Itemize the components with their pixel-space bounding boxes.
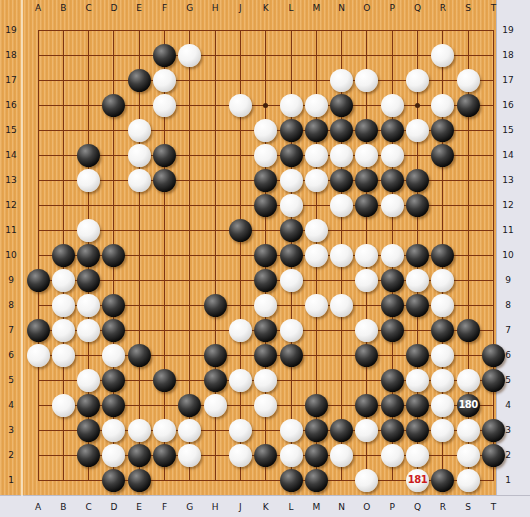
stone-black-S4[interactable]: 180 (457, 394, 480, 417)
stone-black-E1[interactable] (128, 469, 151, 492)
stone-black-F5[interactable] (153, 369, 176, 392)
stone-black-F13[interactable] (153, 169, 176, 192)
row-label-left-4: 4 (8, 401, 14, 410)
row-label-left-9: 9 (8, 276, 14, 285)
stone-white-L7[interactable] (280, 319, 303, 342)
stone-white-S17[interactable] (457, 69, 480, 92)
star-point-Q16 (415, 103, 420, 108)
col-label-top-G: G (186, 4, 193, 13)
row-label-left-17: 17 (5, 76, 16, 85)
col-label-top-N: N (338, 4, 345, 13)
stone-white-R8[interactable] (431, 294, 454, 317)
col-label-bottom-J: J (239, 503, 242, 512)
row-label-right-14: 14 (502, 151, 513, 160)
stone-white-J2[interactable] (229, 444, 252, 467)
stone-white-G2[interactable] (178, 444, 201, 467)
stone-white-B7[interactable] (52, 319, 75, 342)
row-label-left-6: 6 (8, 351, 14, 360)
stone-white-M14[interactable] (305, 144, 328, 167)
stone-black-R10[interactable] (431, 244, 454, 267)
col-label-bottom-C: C (85, 503, 91, 512)
stone-white-L3[interactable] (280, 419, 303, 442)
stone-black-N16[interactable] (330, 94, 353, 117)
stone-white-M10[interactable] (305, 244, 328, 267)
stone-white-R5[interactable] (431, 369, 454, 392)
row-label-right-8: 8 (505, 301, 511, 310)
col-label-top-P: P (389, 4, 394, 13)
stone-black-D8[interactable] (102, 294, 125, 317)
stone-black-R15[interactable] (431, 119, 454, 142)
stone-black-J11[interactable] (229, 219, 252, 242)
stone-white-M11[interactable] (305, 219, 328, 242)
stone-white-L2[interactable] (280, 444, 303, 467)
col-label-bottom-T: T (491, 503, 497, 512)
col-label-top-T: T (491, 4, 497, 13)
stone-white-S5[interactable] (457, 369, 480, 392)
col-label-bottom-G: G (186, 503, 193, 512)
col-label-top-B: B (60, 4, 66, 13)
stone-black-A7[interactable] (27, 319, 50, 342)
stone-black-P13[interactable] (381, 169, 404, 192)
col-label-bottom-Q: Q (414, 503, 421, 512)
stone-white-R9[interactable] (431, 269, 454, 292)
col-label-bottom-E: E (136, 503, 142, 512)
stone-black-M2[interactable] (305, 444, 328, 467)
stone-white-J16[interactable] (229, 94, 252, 117)
col-label-top-Q: Q (414, 4, 421, 13)
stone-white-C11[interactable] (77, 219, 100, 242)
move-number-180: 180 (458, 400, 477, 410)
stone-white-L13[interactable] (280, 169, 303, 192)
stone-white-E15[interactable] (128, 119, 151, 142)
stone-black-C10[interactable] (77, 244, 100, 267)
stone-black-T2[interactable] (482, 444, 505, 467)
stone-black-C14[interactable] (77, 144, 100, 167)
move-number-181: 181 (408, 475, 427, 485)
stone-black-S7[interactable] (457, 319, 480, 342)
stone-white-B4[interactable] (52, 394, 75, 417)
row-label-left-14: 14 (5, 151, 16, 160)
stone-white-K14[interactable] (254, 144, 277, 167)
stone-white-B8[interactable] (52, 294, 75, 317)
stone-black-D7[interactable] (102, 319, 125, 342)
stone-black-N3[interactable] (330, 419, 353, 442)
star-point-K16 (263, 103, 268, 108)
row-label-right-2: 2 (505, 451, 511, 460)
stone-white-J5[interactable] (229, 369, 252, 392)
stone-black-C4[interactable] (77, 394, 100, 417)
col-label-top-M: M (312, 4, 320, 13)
stone-black-O6[interactable] (355, 344, 378, 367)
stone-white-G3[interactable] (178, 419, 201, 442)
stone-white-D6[interactable] (102, 344, 125, 367)
stone-black-N13[interactable] (330, 169, 353, 192)
row-label-right-9: 9 (505, 276, 511, 285)
row-label-left-5: 5 (8, 376, 14, 385)
col-label-top-E: E (136, 4, 142, 13)
stone-black-R1[interactable] (431, 469, 454, 492)
stone-white-D2[interactable] (102, 444, 125, 467)
stone-black-L15[interactable] (280, 119, 303, 142)
row-label-right-15: 15 (502, 126, 513, 135)
stone-white-E14[interactable] (128, 144, 151, 167)
row-label-right-12: 12 (502, 201, 513, 210)
stone-white-P10[interactable] (381, 244, 404, 267)
col-label-bottom-N: N (338, 503, 345, 512)
stone-white-P12[interactable] (381, 194, 404, 217)
stone-white-C5[interactable] (77, 369, 100, 392)
col-label-bottom-B: B (60, 503, 66, 512)
stone-black-L1[interactable] (280, 469, 303, 492)
stone-white-O14[interactable] (355, 144, 378, 167)
stone-black-O12[interactable] (355, 194, 378, 217)
col-label-top-L: L (288, 4, 293, 13)
col-label-bottom-S: S (465, 503, 471, 512)
stone-white-N17[interactable] (330, 69, 353, 92)
col-label-top-A: A (35, 4, 41, 13)
col-label-top-C: C (85, 4, 91, 13)
stone-black-D10[interactable] (102, 244, 125, 267)
row-label-right-10: 10 (502, 251, 513, 260)
stone-black-Q13[interactable] (406, 169, 429, 192)
row-label-left-19: 19 (5, 26, 16, 35)
stone-black-P7[interactable] (381, 319, 404, 342)
stone-black-E17[interactable] (128, 69, 151, 92)
stone-white-O3[interactable] (355, 419, 378, 442)
row-label-left-2: 2 (8, 451, 14, 460)
stone-white-R4[interactable] (431, 394, 454, 417)
stone-white-F16[interactable] (153, 94, 176, 117)
row-label-left-12: 12 (5, 201, 16, 210)
stone-white-P14[interactable] (381, 144, 404, 167)
stone-white-Q2[interactable] (406, 444, 429, 467)
row-label-left-18: 18 (5, 51, 16, 60)
stone-white-L12[interactable] (280, 194, 303, 217)
row-label-left-15: 15 (5, 126, 16, 135)
row-label-right-16: 16 (502, 101, 513, 110)
row-label-right-19: 19 (502, 26, 513, 35)
stone-black-L11[interactable] (280, 219, 303, 242)
stone-black-D5[interactable] (102, 369, 125, 392)
stone-white-K15[interactable] (254, 119, 277, 142)
stone-white-F17[interactable] (153, 69, 176, 92)
row-label-left-3: 3 (8, 426, 14, 435)
col-label-bottom-M: M (312, 503, 320, 512)
stone-black-P3[interactable] (381, 419, 404, 442)
stone-black-F2[interactable] (153, 444, 176, 467)
stone-white-K5[interactable] (254, 369, 277, 392)
row-label-left-11: 11 (5, 226, 16, 235)
row-label-left-8: 8 (8, 301, 14, 310)
stone-white-R3[interactable] (431, 419, 454, 442)
stone-white-J3[interactable] (229, 419, 252, 442)
row-label-right-17: 17 (502, 76, 513, 85)
grid-vline (38, 30, 39, 481)
stone-black-S16[interactable] (457, 94, 480, 117)
stone-black-K7[interactable] (254, 319, 277, 342)
col-label-bottom-K: K (263, 503, 269, 512)
stone-black-G4[interactable] (178, 394, 201, 417)
board-bevel-line (21, 0, 23, 496)
stone-white-K4[interactable] (254, 394, 277, 417)
col-label-bottom-D: D (110, 503, 117, 512)
stone-white-O1[interactable] (355, 469, 378, 492)
col-label-top-H: H (212, 4, 219, 13)
stone-black-D1[interactable] (102, 469, 125, 492)
stone-black-L14[interactable] (280, 144, 303, 167)
stone-white-N12[interactable] (330, 194, 353, 217)
stone-black-Q8[interactable] (406, 294, 429, 317)
stone-black-K10[interactable] (254, 244, 277, 267)
row-label-right-3: 3 (505, 426, 511, 435)
grid-vline (493, 30, 494, 481)
stone-white-S2[interactable] (457, 444, 480, 467)
col-label-top-D: D (110, 4, 117, 13)
stone-black-Q10[interactable] (406, 244, 429, 267)
stone-white-N8[interactable] (330, 294, 353, 317)
stone-white-M13[interactable] (305, 169, 328, 192)
stone-black-P5[interactable] (381, 369, 404, 392)
stone-black-M4[interactable] (305, 394, 328, 417)
stone-white-C8[interactable] (77, 294, 100, 317)
stone-black-R7[interactable] (431, 319, 454, 342)
col-label-bottom-O: O (363, 503, 370, 512)
stone-white-P2[interactable] (381, 444, 404, 467)
stone-black-A9[interactable] (27, 269, 50, 292)
stone-black-P8[interactable] (381, 294, 404, 317)
stone-black-T3[interactable] (482, 419, 505, 442)
col-label-top-S: S (465, 4, 471, 13)
stone-black-K12[interactable] (254, 194, 277, 217)
stone-black-P15[interactable] (381, 119, 404, 142)
grid-hline (38, 30, 494, 31)
stone-black-C2[interactable] (77, 444, 100, 467)
stone-white-E13[interactable] (128, 169, 151, 192)
stone-black-H5[interactable] (204, 369, 227, 392)
row-label-left-1: 1 (8, 476, 14, 485)
row-label-right-11: 11 (502, 226, 513, 235)
stone-black-M1[interactable] (305, 469, 328, 492)
stone-black-T6[interactable] (482, 344, 505, 367)
stone-black-H8[interactable] (204, 294, 227, 317)
stone-white-N14[interactable] (330, 144, 353, 167)
stone-white-H4[interactable] (204, 394, 227, 417)
stone-white-O9[interactable] (355, 269, 378, 292)
row-label-left-16: 16 (5, 101, 16, 110)
go-board[interactable]: AABBCCDDEEFFGGHHJJKKLLMMNNOOPPQQRRSSTT19… (0, 0, 530, 517)
stone-white-L16[interactable] (280, 94, 303, 117)
stone-black-F14[interactable] (153, 144, 176, 167)
stone-black-R14[interactable] (431, 144, 454, 167)
stone-white-S3[interactable] (457, 419, 480, 442)
stone-white-F3[interactable] (153, 419, 176, 442)
stone-black-P9[interactable] (381, 269, 404, 292)
stone-white-O10[interactable] (355, 244, 378, 267)
stone-black-P4[interactable] (381, 394, 404, 417)
col-label-bottom-A: A (35, 503, 41, 512)
stone-black-L10[interactable] (280, 244, 303, 267)
stone-white-Q17[interactable] (406, 69, 429, 92)
stone-black-T5[interactable] (482, 369, 505, 392)
stone-white-R6[interactable] (431, 344, 454, 367)
col-label-top-O: O (363, 4, 370, 13)
stone-black-H6[interactable] (204, 344, 227, 367)
stone-white-Q9[interactable] (406, 269, 429, 292)
stone-white-R18[interactable] (431, 44, 454, 67)
stone-white-Q15[interactable] (406, 119, 429, 142)
grid-hline (38, 230, 494, 231)
stone-black-Q6[interactable] (406, 344, 429, 367)
col-label-bottom-R: R (440, 503, 446, 512)
row-label-right-18: 18 (502, 51, 513, 60)
stone-white-P16[interactable] (381, 94, 404, 117)
row-label-right-7: 7 (505, 326, 511, 335)
stone-white-J7[interactable] (229, 319, 252, 342)
stone-black-Q4[interactable] (406, 394, 429, 417)
stone-black-Q12[interactable] (406, 194, 429, 217)
stone-black-C9[interactable] (77, 269, 100, 292)
stone-white-R16[interactable] (431, 94, 454, 117)
stone-black-K13[interactable] (254, 169, 277, 192)
stone-black-E6[interactable] (128, 344, 151, 367)
grid-hline (38, 55, 494, 56)
stone-black-N15[interactable] (330, 119, 353, 142)
stone-black-O13[interactable] (355, 169, 378, 192)
row-label-left-13: 13 (5, 176, 16, 185)
stone-white-K8[interactable] (254, 294, 277, 317)
stone-white-Q1[interactable]: 181 (406, 469, 429, 492)
grid-vline (139, 30, 140, 481)
stone-white-B6[interactable] (52, 344, 75, 367)
stone-black-B10[interactable] (52, 244, 75, 267)
stone-white-A6[interactable] (27, 344, 50, 367)
stone-white-Q5[interactable] (406, 369, 429, 392)
stone-black-O15[interactable] (355, 119, 378, 142)
stone-white-N10[interactable] (330, 244, 353, 267)
col-label-bottom-H: H (212, 503, 219, 512)
col-label-top-R: R (440, 4, 446, 13)
stone-white-C13[interactable] (77, 169, 100, 192)
row-label-right-5: 5 (505, 376, 511, 385)
stone-white-B9[interactable] (52, 269, 75, 292)
stone-white-O17[interactable] (355, 69, 378, 92)
col-label-top-K: K (263, 4, 269, 13)
stone-black-K6[interactable] (254, 344, 277, 367)
stone-white-S1[interactable] (457, 469, 480, 492)
stone-black-Q3[interactable] (406, 419, 429, 442)
stone-black-K2[interactable] (254, 444, 277, 467)
stone-black-E2[interactable] (128, 444, 151, 467)
col-label-bottom-P: P (389, 503, 394, 512)
stone-white-M16[interactable] (305, 94, 328, 117)
col-label-bottom-F: F (162, 503, 167, 512)
row-label-right-4: 4 (505, 401, 511, 410)
stone-black-M3[interactable] (305, 419, 328, 442)
stone-white-O7[interactable] (355, 319, 378, 342)
stone-black-M15[interactable] (305, 119, 328, 142)
stone-white-M8[interactable] (305, 294, 328, 317)
row-label-right-13: 13 (502, 176, 513, 185)
stone-black-L6[interactable] (280, 344, 303, 367)
stone-white-G18[interactable] (178, 44, 201, 67)
stone-black-F18[interactable] (153, 44, 176, 67)
stone-white-C7[interactable] (77, 319, 100, 342)
row-label-right-6: 6 (505, 351, 511, 360)
stone-black-D4[interactable] (102, 394, 125, 417)
row-label-right-1: 1 (505, 476, 511, 485)
stone-black-C3[interactable] (77, 419, 100, 442)
row-label-left-10: 10 (5, 251, 16, 260)
stone-black-K9[interactable] (254, 269, 277, 292)
stone-white-L9[interactable] (280, 269, 303, 292)
col-label-top-F: F (162, 4, 167, 13)
stone-black-O4[interactable] (355, 394, 378, 417)
stone-black-D16[interactable] (102, 94, 125, 117)
stone-white-D3[interactable] (102, 419, 125, 442)
stone-white-N2[interactable] (330, 444, 353, 467)
stone-white-E3[interactable] (128, 419, 151, 442)
col-label-bottom-L: L (288, 503, 293, 512)
row-label-left-7: 7 (8, 326, 14, 335)
col-label-top-J: J (239, 4, 242, 13)
